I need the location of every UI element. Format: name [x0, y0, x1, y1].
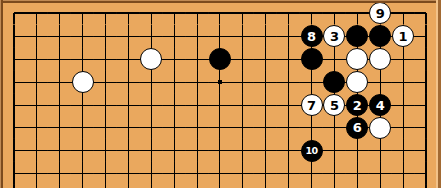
stone-white-move-5: 5: [323, 94, 345, 116]
intersection: [277, 48, 300, 71]
intersection: [3, 71, 26, 94]
stone-white-move-9: 9: [369, 2, 391, 24]
intersection: [231, 162, 254, 185]
intersection: [369, 71, 392, 94]
move-number: 6: [353, 121, 362, 134]
intersection: [300, 185, 323, 188]
intersection: [323, 139, 346, 162]
intersection: [254, 162, 277, 185]
stone-black-move-10: 10: [301, 140, 323, 162]
intersection: [163, 94, 186, 117]
intersection: [25, 25, 48, 48]
intersection: [231, 94, 254, 117]
intersection: [323, 116, 346, 139]
intersection: 7: [300, 94, 323, 117]
intersection: [186, 2, 209, 25]
intersection: [254, 71, 277, 94]
move-number: 7: [307, 99, 316, 112]
intersection: 1: [392, 25, 415, 48]
stone-white: [72, 71, 94, 93]
intersection: [186, 116, 209, 139]
intersection: [48, 94, 71, 117]
move-number: 3: [330, 30, 339, 43]
intersection: [415, 25, 438, 48]
intersection: [71, 139, 94, 162]
intersection: [369, 116, 392, 139]
intersection: [392, 94, 415, 117]
intersection: [415, 185, 438, 188]
move-number: 5: [330, 99, 339, 112]
intersection: [94, 25, 117, 48]
intersection: [415, 2, 438, 25]
intersection: [25, 162, 48, 185]
intersection: [48, 185, 71, 188]
intersection: [231, 48, 254, 71]
intersection: [94, 116, 117, 139]
intersection: [209, 48, 232, 71]
intersection: [323, 2, 346, 25]
intersection: [3, 116, 26, 139]
intersection: [140, 48, 163, 71]
intersection: [254, 94, 277, 117]
intersection: [71, 94, 94, 117]
intersection: [300, 2, 323, 25]
intersection: [186, 71, 209, 94]
intersection: [231, 116, 254, 139]
stone-black: [369, 25, 391, 47]
intersection: [94, 94, 117, 117]
intersection: [415, 162, 438, 185]
intersection: [117, 94, 140, 117]
intersection: [3, 48, 26, 71]
intersection: [209, 25, 232, 48]
intersection: [48, 162, 71, 185]
intersection: [163, 162, 186, 185]
intersection: 10: [300, 139, 323, 162]
board-grid: 98317524610: [3, 2, 438, 188]
intersection: [254, 116, 277, 139]
intersection: [48, 48, 71, 71]
intersection: 6: [346, 116, 369, 139]
intersection: [369, 48, 392, 71]
intersection: [94, 48, 117, 71]
intersection: [117, 48, 140, 71]
intersection: [94, 162, 117, 185]
move-number: 4: [376, 99, 385, 112]
intersection: [369, 185, 392, 188]
intersection: [71, 25, 94, 48]
stone-black: [301, 48, 323, 70]
intersection: [209, 116, 232, 139]
intersection: [323, 162, 346, 185]
intersection: [71, 71, 94, 94]
intersection: [3, 185, 26, 188]
intersection: 3: [323, 25, 346, 48]
intersection: [3, 162, 26, 185]
intersection: 5: [323, 94, 346, 117]
intersection: [415, 139, 438, 162]
intersection: [346, 71, 369, 94]
intersection: [277, 162, 300, 185]
intersection: [163, 71, 186, 94]
intersection: [231, 139, 254, 162]
intersection: [117, 116, 140, 139]
stone-black-move-8: 8: [301, 25, 323, 47]
stone-black-move-6: 6: [346, 117, 368, 139]
intersection: [25, 2, 48, 25]
board-right-bevel: [436, 0, 441, 188]
intersection: [300, 162, 323, 185]
intersection: [323, 185, 346, 188]
stone-white: [346, 48, 368, 70]
intersection: [186, 25, 209, 48]
intersection: [163, 116, 186, 139]
intersection: [163, 2, 186, 25]
intersection: [209, 2, 232, 25]
intersection: [186, 139, 209, 162]
board-left-border: [0, 0, 3, 188]
intersection: [140, 116, 163, 139]
intersection: [300, 48, 323, 71]
move-number: 1: [399, 30, 408, 43]
stone-black: [323, 71, 345, 93]
intersection: [323, 48, 346, 71]
intersection: [346, 185, 369, 188]
intersection: [300, 71, 323, 94]
intersection: [25, 185, 48, 188]
intersection: [209, 139, 232, 162]
intersection: [346, 48, 369, 71]
intersection: [48, 116, 71, 139]
intersection: [415, 71, 438, 94]
intersection: [186, 48, 209, 71]
intersection: [277, 185, 300, 188]
stone-white: [369, 48, 391, 70]
intersection: [209, 185, 232, 188]
stone-white-move-3: 3: [323, 25, 345, 47]
intersection: [300, 116, 323, 139]
intersection: [48, 139, 71, 162]
intersection: [209, 162, 232, 185]
intersection: [25, 71, 48, 94]
intersection: [254, 25, 277, 48]
intersection: [163, 139, 186, 162]
intersection: [277, 71, 300, 94]
stone-white: [140, 48, 162, 70]
intersection: [346, 2, 369, 25]
intersection: [94, 2, 117, 25]
intersection: [277, 25, 300, 48]
intersection: [415, 48, 438, 71]
stone-white: [346, 71, 368, 93]
intersection: [346, 139, 369, 162]
intersection: [392, 139, 415, 162]
intersection: [392, 116, 415, 139]
intersection: [140, 25, 163, 48]
intersection: [163, 25, 186, 48]
move-number: 2: [353, 99, 362, 112]
intersection: [415, 94, 438, 117]
intersection: [277, 139, 300, 162]
intersection: [3, 25, 26, 48]
intersection: [323, 71, 346, 94]
intersection: [415, 116, 438, 139]
intersection: [369, 139, 392, 162]
intersection: [71, 2, 94, 25]
intersection: [71, 185, 94, 188]
intersection: [392, 2, 415, 25]
move-number: 10: [305, 146, 317, 156]
intersection: [48, 71, 71, 94]
intersection: [163, 48, 186, 71]
intersection: [163, 185, 186, 188]
intersection: [140, 2, 163, 25]
stone-white-move-1: 1: [392, 25, 414, 47]
intersection: [94, 71, 117, 94]
intersection: [254, 139, 277, 162]
intersection: [231, 71, 254, 94]
move-number: 9: [376, 7, 385, 20]
intersection: [209, 94, 232, 117]
intersection: 8: [300, 25, 323, 48]
stone-black-move-4: 4: [369, 94, 391, 116]
stone-white: [369, 117, 391, 139]
intersection: [392, 71, 415, 94]
intersection: [186, 162, 209, 185]
intersection: [140, 162, 163, 185]
intersection: [3, 94, 26, 117]
intersection: [392, 48, 415, 71]
intersection: [94, 139, 117, 162]
intersection: [392, 162, 415, 185]
intersection: [231, 185, 254, 188]
intersection: [117, 71, 140, 94]
stone-black-move-2: 2: [346, 94, 368, 116]
intersection: [25, 139, 48, 162]
intersection: [25, 48, 48, 71]
intersection: [369, 162, 392, 185]
intersection: [277, 2, 300, 25]
intersection: 2: [346, 94, 369, 117]
intersection: [254, 2, 277, 25]
intersection: [140, 139, 163, 162]
stone-black: [346, 25, 368, 47]
intersection: [140, 185, 163, 188]
move-number: 8: [307, 30, 316, 43]
board-top-border: [0, 0, 441, 3]
intersection: [392, 185, 415, 188]
intersection: [25, 116, 48, 139]
intersection: [117, 139, 140, 162]
intersection: [71, 162, 94, 185]
intersection: [117, 2, 140, 25]
intersection: [140, 71, 163, 94]
intersection: [277, 116, 300, 139]
stone-white-move-7: 7: [301, 94, 323, 116]
intersection: [346, 25, 369, 48]
intersection: [117, 25, 140, 48]
intersection: [71, 116, 94, 139]
intersection: [186, 185, 209, 188]
intersection: [231, 25, 254, 48]
star-point: [218, 80, 222, 84]
intersection: [48, 25, 71, 48]
intersection: [117, 162, 140, 185]
intersection: [48, 2, 71, 25]
intersection: 4: [369, 94, 392, 117]
intersection: [25, 94, 48, 117]
intersection: [140, 94, 163, 117]
intersection: [254, 48, 277, 71]
intersection: 9: [369, 2, 392, 25]
intersection: [94, 185, 117, 188]
go-board-diagram: 98317524610: [0, 0, 441, 188]
intersection: [3, 2, 26, 25]
intersection: [186, 94, 209, 117]
intersection: [3, 139, 26, 162]
stone-black: [209, 48, 231, 70]
intersection: [71, 48, 94, 71]
intersection: [254, 185, 277, 188]
intersection: [346, 162, 369, 185]
intersection: [209, 71, 232, 94]
intersection: [231, 2, 254, 25]
intersection: [117, 185, 140, 188]
intersection: [369, 25, 392, 48]
intersection: [277, 94, 300, 117]
